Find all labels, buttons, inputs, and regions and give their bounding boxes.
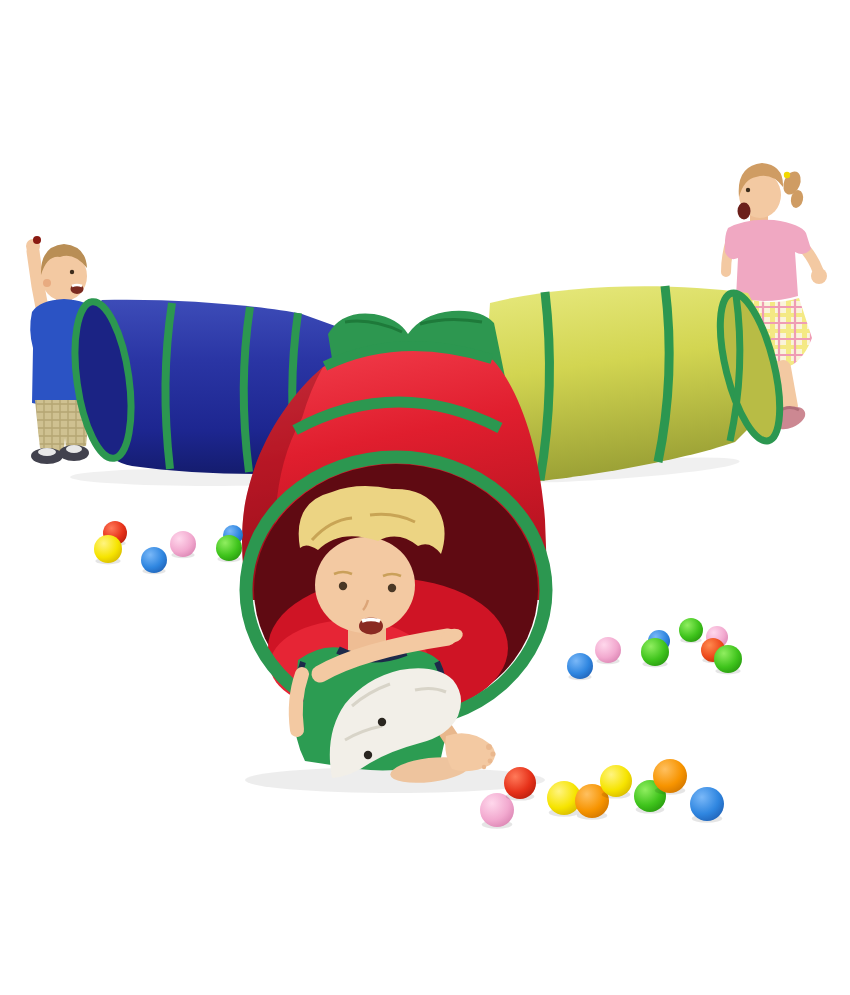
product-photo: Three children playing with a 3-way pop-…: [0, 0, 850, 995]
play-ball-green: [641, 638, 669, 666]
play-ball-pink: [170, 531, 196, 557]
play-ball-green: [679, 618, 703, 642]
center-boy-foot: [445, 733, 495, 771]
center-boy-eye-right: [388, 584, 396, 592]
play-ball-green: [714, 645, 742, 673]
play-ball-blue: [141, 547, 167, 573]
play-ball-red: [504, 767, 536, 799]
girl-hair-tie: [784, 172, 790, 178]
play-ball-yellow: [94, 535, 122, 563]
left-boy-eye: [70, 270, 74, 274]
girl-left-leg: [783, 368, 790, 407]
center-boy-eye-left: [339, 582, 347, 590]
girl-mouth-open: [738, 203, 751, 220]
center-boy-button-2: [364, 751, 372, 759]
left-boy-held-toy: [33, 236, 41, 244]
scene-canvas: [0, 0, 850, 995]
left-boy-ear: [43, 279, 51, 287]
center-boy-left-arm: [296, 674, 302, 730]
play-ball-yellow: [600, 765, 632, 797]
girl-shirt: [725, 220, 811, 301]
center-boy-button-1: [378, 718, 386, 726]
play-ball-blue: [567, 653, 593, 679]
play-ball-green: [216, 535, 242, 561]
girl-fist: [811, 268, 827, 284]
girl-left-arm: [806, 250, 818, 271]
girl-eye: [746, 188, 750, 192]
play-ball-orange: [653, 759, 687, 793]
play-ball-pink: [595, 637, 621, 663]
play-ball-blue: [690, 787, 724, 821]
